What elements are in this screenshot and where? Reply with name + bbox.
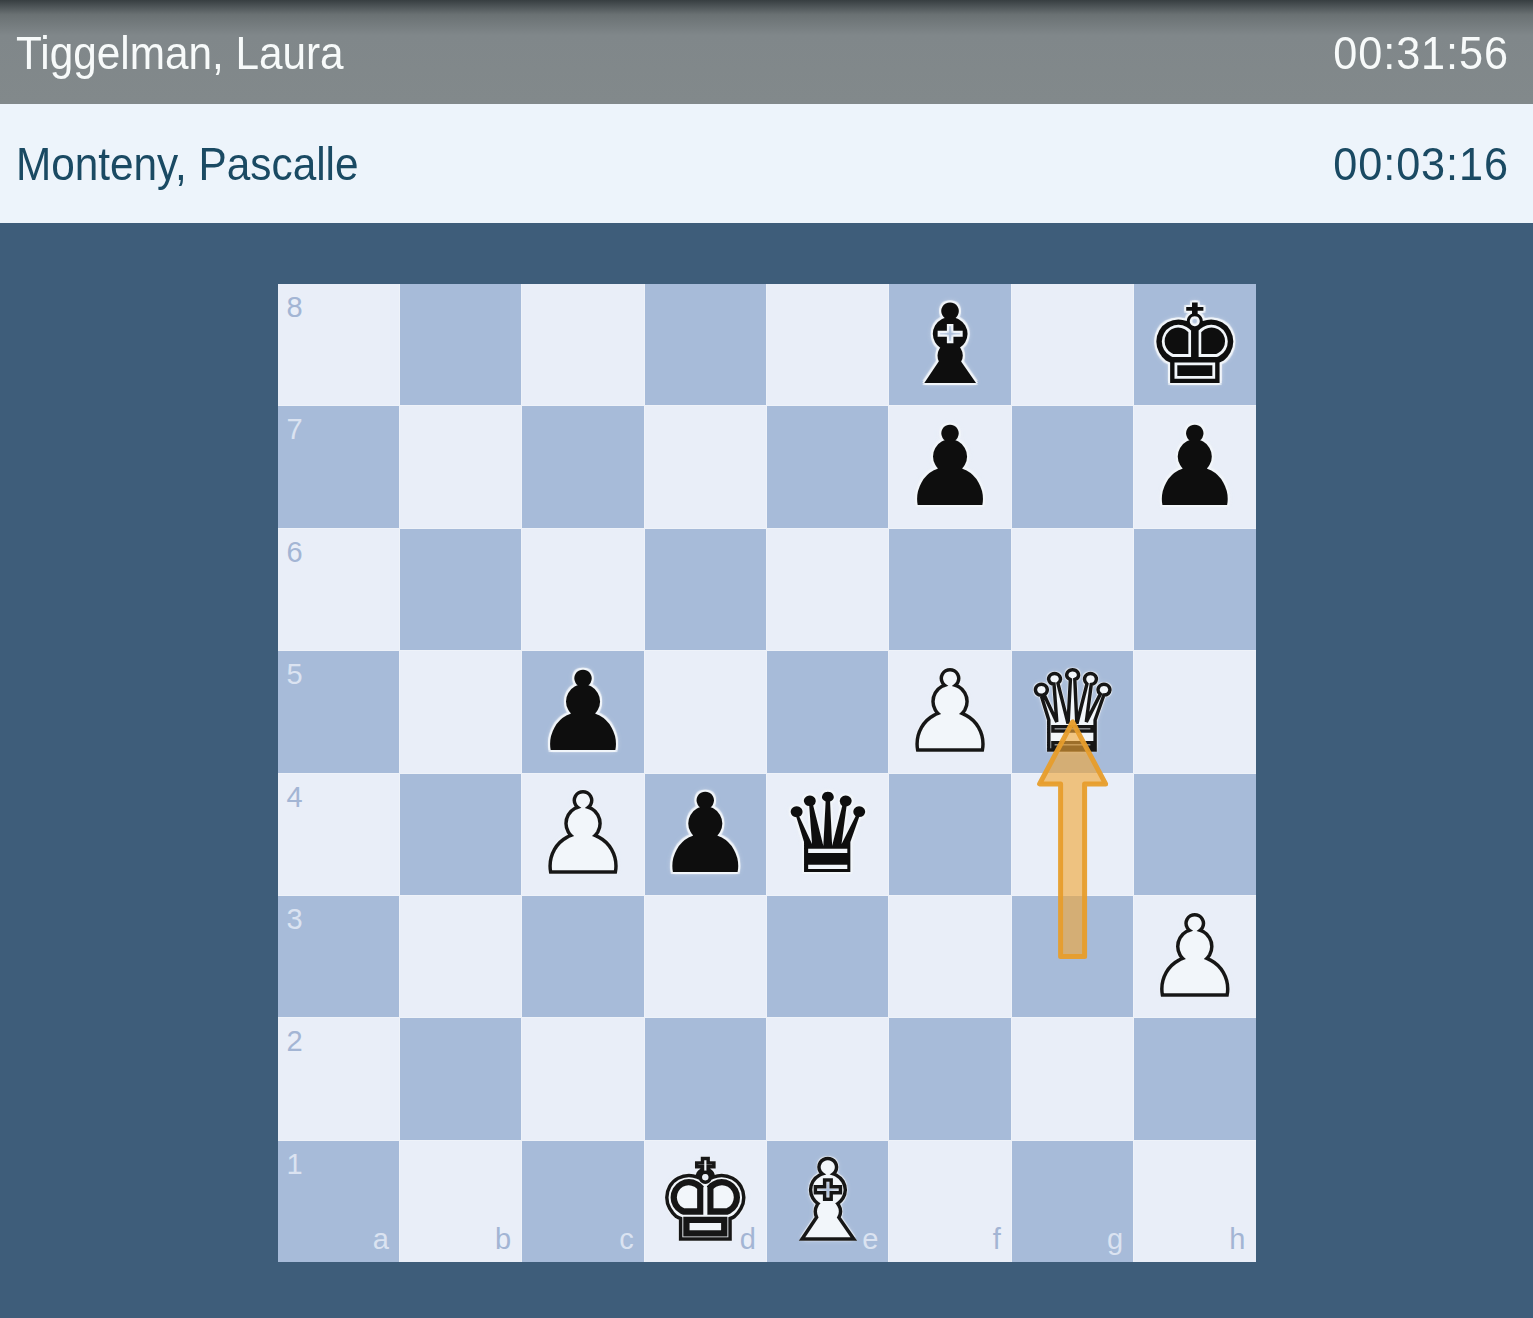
square-b4[interactable]: [400, 774, 521, 895]
black-pawn[interactable]: ♟: [889, 406, 1010, 527]
square-a4[interactable]: 4: [278, 774, 399, 895]
rank-label: 1: [287, 1148, 303, 1181]
square-a5[interactable]: 5: [278, 651, 399, 772]
file-label: g: [1107, 1223, 1123, 1256]
square-e5[interactable]: [767, 651, 888, 772]
square-c2[interactable]: [522, 1018, 643, 1139]
rank-label: 3: [287, 903, 303, 936]
black-queen[interactable]: ♛: [767, 774, 888, 895]
player-name-top: Tiggelman, Laura: [16, 25, 344, 80]
square-g6[interactable]: [1012, 529, 1133, 650]
square-f7[interactable]: ♟: [889, 406, 1010, 527]
black-pawn[interactable]: ♟: [522, 651, 643, 772]
square-g2[interactable]: [1012, 1018, 1133, 1139]
square-g7[interactable]: [1012, 406, 1133, 527]
square-e3[interactable]: [767, 896, 888, 1017]
square-d3[interactable]: [645, 896, 766, 1017]
file-label: f: [993, 1223, 1001, 1256]
square-c7[interactable]: [522, 406, 643, 527]
chess-board[interactable]: 8♝♚7♟♟65♟♟♛4♟♟♛3♟21abcd♚e♝fgh: [278, 284, 1256, 1262]
square-d1[interactable]: d♚: [645, 1141, 766, 1262]
square-c4[interactable]: ♟: [522, 774, 643, 895]
player-name-bottom: Monteny, Pascalle: [16, 136, 358, 191]
square-h2[interactable]: [1134, 1018, 1255, 1139]
square-f1[interactable]: f: [889, 1141, 1010, 1262]
square-e1[interactable]: e♝: [767, 1141, 888, 1262]
square-f2[interactable]: [889, 1018, 1010, 1139]
square-a7[interactable]: 7: [278, 406, 399, 527]
file-label: b: [495, 1223, 511, 1256]
square-f4[interactable]: [889, 774, 1010, 895]
black-king[interactable]: ♚: [1134, 284, 1255, 405]
square-a1[interactable]: 1a: [278, 1141, 399, 1262]
black-bishop[interactable]: ♝: [889, 284, 1010, 405]
square-e2[interactable]: [767, 1018, 888, 1139]
square-h4[interactable]: [1134, 774, 1255, 895]
rank-label: 8: [287, 291, 303, 324]
square-e8[interactable]: [767, 284, 888, 405]
white-pawn[interactable]: ♟: [889, 651, 1010, 772]
file-label: h: [1229, 1223, 1245, 1256]
square-b6[interactable]: [400, 529, 521, 650]
square-h8[interactable]: ♚: [1134, 284, 1255, 405]
square-h1[interactable]: h: [1134, 1141, 1255, 1262]
square-h3[interactable]: ♟: [1134, 896, 1255, 1017]
square-c8[interactable]: [522, 284, 643, 405]
square-a3[interactable]: 3: [278, 896, 399, 1017]
square-d6[interactable]: [645, 529, 766, 650]
square-g3[interactable]: [1012, 896, 1133, 1017]
black-pawn[interactable]: ♟: [1134, 406, 1255, 527]
square-d4[interactable]: ♟: [645, 774, 766, 895]
white-king[interactable]: ♚: [645, 1141, 766, 1262]
rank-label: 4: [287, 781, 303, 814]
black-pawn[interactable]: ♟: [645, 774, 766, 895]
square-c6[interactable]: [522, 529, 643, 650]
square-b1[interactable]: b: [400, 1141, 521, 1262]
chess-app: Tiggelman, Laura 00:31:56 Monteny, Pasca…: [0, 0, 1533, 1262]
square-g5[interactable]: ♛: [1012, 651, 1133, 772]
square-h5[interactable]: [1134, 651, 1255, 772]
square-b2[interactable]: [400, 1018, 521, 1139]
square-f3[interactable]: [889, 896, 1010, 1017]
square-d2[interactable]: [645, 1018, 766, 1139]
file-label: c: [619, 1223, 634, 1256]
square-f6[interactable]: [889, 529, 1010, 650]
rank-label: 5: [287, 658, 303, 691]
square-a8[interactable]: 8: [278, 284, 399, 405]
square-g8[interactable]: [1012, 284, 1133, 405]
square-a2[interactable]: 2: [278, 1018, 399, 1139]
rank-label: 7: [287, 413, 303, 446]
square-c1[interactable]: c: [522, 1141, 643, 1262]
white-pawn[interactable]: ♟: [522, 774, 643, 895]
file-label: a: [373, 1223, 389, 1256]
square-d7[interactable]: [645, 406, 766, 527]
board-area: 8♝♚7♟♟65♟♟♛4♟♟♛3♟21abcd♚e♝fgh: [278, 284, 1256, 1262]
square-c3[interactable]: [522, 896, 643, 1017]
square-f8[interactable]: ♝: [889, 284, 1010, 405]
player-bar-bottom: Monteny, Pascalle 00:03:16: [0, 104, 1533, 223]
player-clock-top: 00:31:56: [1333, 25, 1509, 80]
square-h7[interactable]: ♟: [1134, 406, 1255, 527]
square-g1[interactable]: g: [1012, 1141, 1133, 1262]
square-e4[interactable]: ♛: [767, 774, 888, 895]
square-e6[interactable]: [767, 529, 888, 650]
square-e7[interactable]: [767, 406, 888, 527]
square-h6[interactable]: [1134, 529, 1255, 650]
square-g4[interactable]: [1012, 774, 1133, 895]
square-d5[interactable]: [645, 651, 766, 772]
rank-label: 2: [287, 1025, 303, 1058]
square-b7[interactable]: [400, 406, 521, 527]
player-bar-top: Tiggelman, Laura 00:31:56: [0, 0, 1533, 104]
rank-label: 6: [287, 536, 303, 569]
white-pawn[interactable]: ♟: [1134, 896, 1255, 1017]
player-clock-bottom: 00:03:16: [1333, 136, 1509, 191]
white-queen[interactable]: ♛: [1012, 651, 1133, 772]
square-a6[interactable]: 6: [278, 529, 399, 650]
white-bishop[interactable]: ♝: [767, 1141, 888, 1262]
square-b8[interactable]: [400, 284, 521, 405]
square-c5[interactable]: ♟: [522, 651, 643, 772]
square-d8[interactable]: [645, 284, 766, 405]
square-b5[interactable]: [400, 651, 521, 772]
square-f5[interactable]: ♟: [889, 651, 1010, 772]
square-b3[interactable]: [400, 896, 521, 1017]
